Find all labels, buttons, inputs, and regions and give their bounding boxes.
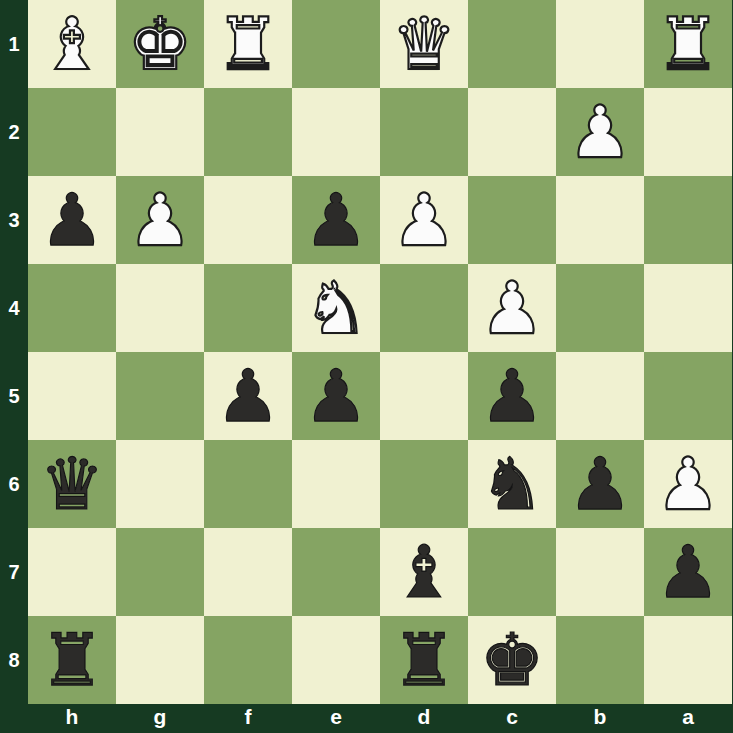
- square-h1[interactable]: ♝: [28, 0, 116, 88]
- piece-white-pawn[interactable]: ♟: [392, 176, 457, 264]
- square-a4[interactable]: [644, 264, 732, 352]
- square-e1[interactable]: [292, 0, 380, 88]
- square-g7[interactable]: [116, 528, 204, 616]
- square-h5[interactable]: [28, 352, 116, 440]
- file-label-c: c: [468, 704, 556, 733]
- square-a3[interactable]: [644, 176, 732, 264]
- square-c5[interactable]: ♟: [468, 352, 556, 440]
- square-c3[interactable]: [468, 176, 556, 264]
- square-b8[interactable]: [556, 616, 644, 704]
- square-b6[interactable]: ♟: [556, 440, 644, 528]
- piece-black-knight[interactable]: ♞: [480, 440, 545, 528]
- file-label-h: h: [28, 704, 116, 733]
- piece-black-pawn[interactable]: ♟: [304, 176, 369, 264]
- square-a2[interactable]: [644, 88, 732, 176]
- square-g1[interactable]: ♚: [116, 0, 204, 88]
- file-label-d: d: [380, 704, 468, 733]
- square-d5[interactable]: [380, 352, 468, 440]
- square-g5[interactable]: [116, 352, 204, 440]
- square-a1[interactable]: ♜: [644, 0, 732, 88]
- square-g6[interactable]: [116, 440, 204, 528]
- square-d8[interactable]: ♜: [380, 616, 468, 704]
- piece-white-knight[interactable]: ♞: [304, 264, 369, 352]
- file-labels: hgfedcba: [28, 704, 732, 733]
- piece-white-pawn[interactable]: ♟: [480, 264, 545, 352]
- piece-black-pawn[interactable]: ♟: [40, 176, 105, 264]
- chess-board: 12345678 ♝♚♜♛♜♟♟♟♟♟♞♟♟♟♟♛♞♟♟♝♟♜♜♚ hgfedc…: [0, 0, 733, 733]
- square-c1[interactable]: [468, 0, 556, 88]
- square-c7[interactable]: [468, 528, 556, 616]
- rank-label-7: 7: [0, 528, 28, 616]
- rank-label-2: 2: [0, 88, 28, 176]
- square-g3[interactable]: ♟: [116, 176, 204, 264]
- square-c8[interactable]: ♚: [468, 616, 556, 704]
- square-f4[interactable]: [204, 264, 292, 352]
- square-h8[interactable]: ♜: [28, 616, 116, 704]
- piece-white-king[interactable]: ♚: [128, 0, 193, 88]
- square-d6[interactable]: [380, 440, 468, 528]
- square-a6[interactable]: ♟: [644, 440, 732, 528]
- square-f2[interactable]: [204, 88, 292, 176]
- file-label-g: g: [116, 704, 204, 733]
- square-d1[interactable]: ♛: [380, 0, 468, 88]
- square-e6[interactable]: [292, 440, 380, 528]
- square-h7[interactable]: [28, 528, 116, 616]
- square-c2[interactable]: [468, 88, 556, 176]
- file-label-b: b: [556, 704, 644, 733]
- rank-label-4: 4: [0, 264, 28, 352]
- square-d2[interactable]: [380, 88, 468, 176]
- board-grid: ♝♚♜♛♜♟♟♟♟♟♞♟♟♟♟♛♞♟♟♝♟♜♜♚: [28, 0, 732, 704]
- square-f6[interactable]: [204, 440, 292, 528]
- square-f7[interactable]: [204, 528, 292, 616]
- square-h3[interactable]: ♟: [28, 176, 116, 264]
- rank-label-8: 8: [0, 616, 28, 704]
- square-g4[interactable]: [116, 264, 204, 352]
- square-e8[interactable]: [292, 616, 380, 704]
- square-c6[interactable]: ♞: [468, 440, 556, 528]
- piece-white-pawn[interactable]: ♟: [568, 88, 633, 176]
- square-b2[interactable]: ♟: [556, 88, 644, 176]
- piece-black-pawn[interactable]: ♟: [656, 528, 721, 616]
- file-label-f: f: [204, 704, 292, 733]
- file-label-e: e: [292, 704, 380, 733]
- square-b4[interactable]: [556, 264, 644, 352]
- square-e5[interactable]: ♟: [292, 352, 380, 440]
- piece-white-rook[interactable]: ♜: [656, 0, 721, 88]
- piece-black-king[interactable]: ♚: [480, 616, 545, 704]
- piece-black-pawn[interactable]: ♟: [568, 440, 633, 528]
- rank-label-3: 3: [0, 176, 28, 264]
- square-e7[interactable]: [292, 528, 380, 616]
- square-h6[interactable]: ♛: [28, 440, 116, 528]
- square-h2[interactable]: [28, 88, 116, 176]
- square-d3[interactable]: ♟: [380, 176, 468, 264]
- rank-labels: 12345678: [0, 0, 28, 704]
- square-f3[interactable]: [204, 176, 292, 264]
- square-a5[interactable]: [644, 352, 732, 440]
- square-b1[interactable]: [556, 0, 644, 88]
- square-c4[interactable]: ♟: [468, 264, 556, 352]
- square-f5[interactable]: ♟: [204, 352, 292, 440]
- square-e2[interactable]: [292, 88, 380, 176]
- square-b5[interactable]: [556, 352, 644, 440]
- square-h4[interactable]: [28, 264, 116, 352]
- square-a8[interactable]: [644, 616, 732, 704]
- piece-black-pawn[interactable]: ♟: [480, 352, 545, 440]
- piece-white-pawn[interactable]: ♟: [656, 440, 721, 528]
- rank-label-6: 6: [0, 440, 28, 528]
- piece-black-pawn[interactable]: ♟: [304, 352, 369, 440]
- piece-black-rook[interactable]: ♜: [392, 616, 457, 704]
- square-d4[interactable]: [380, 264, 468, 352]
- rank-label-1: 1: [0, 0, 28, 88]
- square-d7[interactable]: ♝: [380, 528, 468, 616]
- square-a7[interactable]: ♟: [644, 528, 732, 616]
- square-e3[interactable]: ♟: [292, 176, 380, 264]
- square-f1[interactable]: ♜: [204, 0, 292, 88]
- piece-black-rook[interactable]: ♜: [40, 616, 105, 704]
- piece-white-rook[interactable]: ♜: [216, 0, 281, 88]
- piece-white-bishop[interactable]: ♝: [40, 0, 105, 88]
- rank-label-5: 5: [0, 352, 28, 440]
- square-b7[interactable]: [556, 528, 644, 616]
- square-e4[interactable]: ♞: [292, 264, 380, 352]
- file-label-a: a: [644, 704, 732, 733]
- square-g2[interactable]: [116, 88, 204, 176]
- square-b3[interactable]: [556, 176, 644, 264]
- square-f8[interactable]: [204, 616, 292, 704]
- piece-white-pawn[interactable]: ♟: [128, 176, 193, 264]
- piece-black-pawn[interactable]: ♟: [216, 352, 281, 440]
- square-g8[interactable]: [116, 616, 204, 704]
- piece-black-queen[interactable]: ♛: [40, 440, 105, 528]
- piece-white-queen[interactable]: ♛: [392, 0, 457, 88]
- piece-black-bishop[interactable]: ♝: [392, 528, 457, 616]
